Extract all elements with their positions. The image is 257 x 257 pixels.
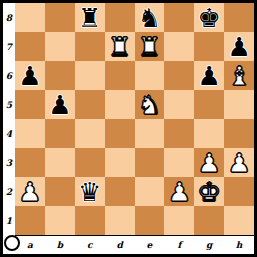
square-e1[interactable] [135, 206, 165, 235]
square-a3[interactable] [15, 148, 45, 177]
square-g8[interactable]: ♚ [194, 3, 224, 32]
square-e5[interactable]: ♞ [135, 90, 165, 119]
white-pawn-piece: ♟ [227, 150, 250, 176]
square-g4[interactable] [194, 119, 224, 148]
black-pawn-piece: ♟ [198, 63, 221, 89]
square-b4[interactable] [45, 119, 75, 148]
black-pawn-piece: ♟ [48, 92, 71, 118]
square-d5[interactable] [105, 90, 135, 119]
rank-label-1: 1 [3, 206, 15, 235]
square-h6[interactable]: ♝ [224, 61, 254, 90]
white-king-piece: ♚ [198, 179, 221, 205]
square-c8[interactable]: ♜ [75, 3, 105, 32]
black-rook-piece: ♜ [78, 5, 101, 31]
square-b5[interactable]: ♟ [45, 90, 75, 119]
square-g2[interactable]: ♚ [194, 177, 224, 206]
rank-label-3: 3 [3, 148, 15, 177]
square-f1[interactable] [164, 206, 194, 235]
square-d7[interactable]: ♜ [105, 32, 135, 61]
white-bishop-piece: ♝ [227, 63, 250, 89]
square-g3[interactable]: ♟ [194, 148, 224, 177]
square-a8[interactable] [15, 3, 45, 32]
square-f8[interactable] [164, 3, 194, 32]
square-g1[interactable] [194, 206, 224, 235]
square-h3[interactable]: ♟ [224, 148, 254, 177]
square-a7[interactable] [15, 32, 45, 61]
rank-label-7: 7 [3, 32, 15, 61]
square-h4[interactable] [224, 119, 254, 148]
square-e7[interactable]: ♜ [135, 32, 165, 61]
square-f2[interactable]: ♟ [164, 177, 194, 206]
square-b7[interactable] [45, 32, 75, 61]
rank-label-2: 2 [3, 177, 15, 206]
square-d6[interactable] [105, 61, 135, 90]
square-h7[interactable]: ♟ [224, 32, 254, 61]
rank-label-4: 4 [3, 119, 15, 148]
file-label-d: d [105, 235, 135, 254]
file-label-c: c [75, 235, 105, 254]
rank-label-6: 6 [3, 61, 15, 90]
square-b8[interactable] [45, 3, 75, 32]
square-c1[interactable] [75, 206, 105, 235]
rank-label-8: 8 [3, 3, 15, 32]
square-c5[interactable] [75, 90, 105, 119]
square-f7[interactable] [164, 32, 194, 61]
square-e4[interactable] [135, 119, 165, 148]
square-b2[interactable] [45, 177, 75, 206]
square-a6[interactable]: ♟ [15, 61, 45, 90]
square-d2[interactable] [105, 177, 135, 206]
file-label-f: f [164, 235, 194, 254]
white-pawn-piece: ♟ [18, 179, 41, 205]
square-g5[interactable] [194, 90, 224, 119]
rank-label-5: 5 [3, 90, 15, 119]
square-h2[interactable] [224, 177, 254, 206]
black-knight-piece: ♞ [138, 5, 161, 31]
square-e8[interactable]: ♞ [135, 3, 165, 32]
square-d4[interactable] [105, 119, 135, 148]
black-queen-piece: ♛ [78, 179, 101, 205]
square-e3[interactable] [135, 148, 165, 177]
square-e6[interactable] [135, 61, 165, 90]
square-g7[interactable] [194, 32, 224, 61]
square-f3[interactable] [164, 148, 194, 177]
square-e2[interactable] [135, 177, 165, 206]
file-label-b: b [45, 235, 75, 254]
square-f6[interactable] [164, 61, 194, 90]
file-label-e: e [135, 235, 165, 254]
square-c2[interactable]: ♛ [75, 177, 105, 206]
square-b6[interactable] [45, 61, 75, 90]
square-f4[interactable] [164, 119, 194, 148]
square-a5[interactable] [15, 90, 45, 119]
square-h5[interactable] [224, 90, 254, 119]
square-a1[interactable] [15, 206, 45, 235]
square-d8[interactable] [105, 3, 135, 32]
black-king-piece: ♚ [198, 5, 221, 31]
black-pawn-piece: ♟ [227, 34, 250, 60]
board-grid: 8♜♞♚7♜♜♟6♟♟♝5♟♞43♟♟2♟♛♟♚1abcdefgh [3, 3, 254, 254]
file-label-g: g [194, 235, 224, 254]
square-h8[interactable] [224, 3, 254, 32]
black-pawn-piece: ♟ [18, 63, 41, 89]
square-b1[interactable] [45, 206, 75, 235]
file-label-h: h [224, 235, 254, 254]
square-a4[interactable] [15, 119, 45, 148]
square-f5[interactable] [164, 90, 194, 119]
white-pawn-piece: ♟ [198, 150, 221, 176]
square-c6[interactable] [75, 61, 105, 90]
white-rook-piece: ♜ [138, 34, 161, 60]
white-to-move-indicator [4, 235, 20, 251]
square-c3[interactable] [75, 148, 105, 177]
white-pawn-piece: ♟ [168, 179, 191, 205]
square-d3[interactable] [105, 148, 135, 177]
chess-diagram: 8♜♞♚7♜♜♟6♟♟♝5♟♞43♟♟2♟♛♟♚1abcdefgh [0, 0, 257, 257]
white-knight-piece: ♞ [138, 92, 161, 118]
square-g6[interactable]: ♟ [194, 61, 224, 90]
square-b3[interactable] [45, 148, 75, 177]
white-rook-piece: ♜ [108, 34, 131, 60]
square-h1[interactable] [224, 206, 254, 235]
square-c7[interactable] [75, 32, 105, 61]
square-a2[interactable]: ♟ [15, 177, 45, 206]
square-c4[interactable] [75, 119, 105, 148]
square-d1[interactable] [105, 206, 135, 235]
